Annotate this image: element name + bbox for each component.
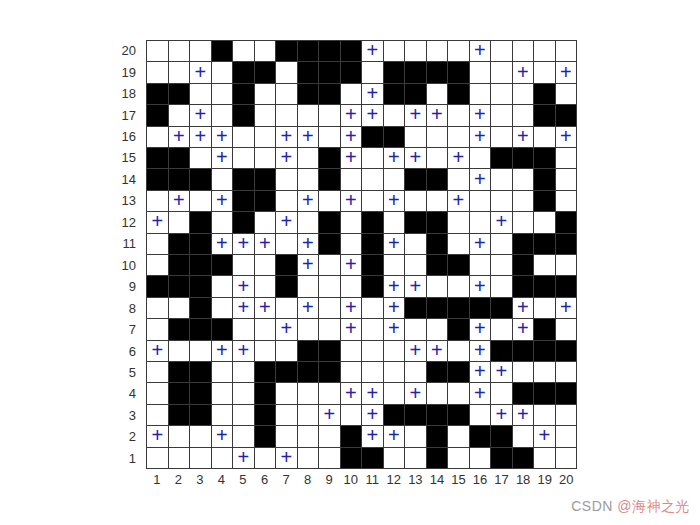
x-axis-label-13: 13 — [405, 472, 427, 490]
cell-r3c20 — [555, 404, 577, 425]
x-axis-label-9: 9 — [318, 472, 340, 490]
cell-r10c2 — [168, 254, 190, 275]
cell-r4c16: + — [469, 382, 491, 403]
plus-marker: + — [388, 147, 400, 167]
cell-r19c5 — [232, 61, 254, 82]
plus-marker: + — [259, 297, 271, 317]
cell-r1c7: + — [275, 447, 297, 468]
cell-r15c3 — [189, 147, 211, 168]
cell-r15c12: + — [383, 147, 405, 168]
cell-r7c16: + — [469, 318, 491, 339]
cell-r14c7 — [275, 168, 297, 189]
cell-r8c12: + — [383, 297, 405, 318]
cell-r1c15 — [447, 447, 469, 468]
cell-r5c13 — [404, 361, 426, 382]
cell-r19c20: + — [555, 61, 577, 82]
cell-r4c19 — [533, 382, 555, 403]
cell-r9c16: + — [469, 275, 491, 296]
x-axis-label-17: 17 — [491, 472, 513, 490]
cell-r3c5 — [232, 404, 254, 425]
cell-r5c9 — [318, 361, 340, 382]
plus-marker: + — [388, 425, 400, 445]
plus-marker: + — [474, 340, 486, 360]
cell-r4c2 — [168, 382, 190, 403]
cell-r2c15 — [447, 425, 469, 446]
cell-r12c9 — [318, 211, 340, 232]
cell-r5c20 — [555, 361, 577, 382]
cell-r10c15 — [447, 254, 469, 275]
cell-r8c8: + — [297, 297, 319, 318]
cell-r9c19 — [533, 275, 555, 296]
cell-r4c13: + — [404, 382, 426, 403]
cell-r19c4 — [211, 61, 233, 82]
cell-r14c19 — [533, 168, 555, 189]
y-axis-label-13: 13 — [96, 190, 138, 211]
cell-r19c12 — [383, 61, 405, 82]
cell-r1c4 — [211, 447, 233, 468]
cell-r5c4 — [211, 361, 233, 382]
cell-r3c15 — [447, 404, 469, 425]
cell-r13c5 — [232, 190, 254, 211]
cell-r10c9 — [318, 254, 340, 275]
cell-r13c9 — [318, 190, 340, 211]
cell-r16c11 — [361, 126, 383, 147]
cell-r19c14 — [426, 61, 448, 82]
cell-r7c15 — [447, 318, 469, 339]
cell-r3c7 — [275, 404, 297, 425]
cell-r15c14 — [426, 147, 448, 168]
cell-r8c4 — [211, 297, 233, 318]
cell-r18c11: + — [361, 83, 383, 104]
cell-r13c15: + — [447, 190, 469, 211]
plus-marker: + — [345, 383, 357, 403]
cell-r10c3 — [189, 254, 211, 275]
plus-marker: + — [151, 425, 163, 445]
cell-r20c3 — [189, 40, 211, 61]
cell-r20c4 — [211, 40, 233, 61]
cell-r18c13 — [404, 83, 426, 104]
plus-marker: + — [388, 233, 400, 253]
plus-marker: + — [474, 318, 486, 338]
plus-marker: + — [151, 340, 163, 360]
watermark-username: @海神之光 — [617, 498, 690, 514]
cell-r13c2: + — [168, 190, 190, 211]
plus-marker: + — [280, 126, 292, 146]
plus-marker: + — [280, 147, 292, 167]
cell-r18c9 — [318, 83, 340, 104]
x-axis-label-5: 5 — [232, 472, 254, 490]
cell-r17c11: + — [361, 104, 383, 125]
plus-marker: + — [452, 147, 464, 167]
x-axis-label-8: 8 — [297, 472, 319, 490]
cell-r5c18 — [512, 361, 534, 382]
cell-r11c14 — [426, 233, 448, 254]
plus-marker: + — [366, 40, 378, 60]
cell-r4c4 — [211, 382, 233, 403]
cell-r4c10: + — [340, 382, 362, 403]
cell-r20c6 — [254, 40, 276, 61]
cell-r16c5 — [232, 126, 254, 147]
cell-r18c18 — [512, 83, 534, 104]
x-axis-label-1: 1 — [146, 472, 168, 490]
cell-r4c20 — [555, 382, 577, 403]
plus-marker: + — [216, 147, 228, 167]
cell-r1c13 — [404, 447, 426, 468]
plus-marker: + — [560, 126, 572, 146]
cell-r9c6 — [254, 275, 276, 296]
cell-r9c11 — [361, 275, 383, 296]
cell-r7c12: + — [383, 318, 405, 339]
cell-r11c6: + — [254, 233, 276, 254]
cell-r3c2 — [168, 404, 190, 425]
plus-marker: + — [560, 297, 572, 317]
cell-r20c18 — [512, 40, 534, 61]
cell-r5c19 — [533, 361, 555, 382]
cell-r4c1 — [146, 382, 168, 403]
cell-r1c17 — [490, 447, 512, 468]
cell-r10c11 — [361, 254, 383, 275]
cell-r4c18 — [512, 382, 534, 403]
cell-r16c15 — [447, 126, 469, 147]
plus-marker: + — [474, 383, 486, 403]
plus-marker: + — [345, 318, 357, 338]
plus-marker: + — [302, 254, 314, 274]
cell-r3c18: + — [512, 404, 534, 425]
cell-r11c16: + — [469, 233, 491, 254]
cell-r20c8 — [297, 40, 319, 61]
cell-r17c12 — [383, 104, 405, 125]
cell-r6c9 — [318, 340, 340, 361]
y-axis-label-15: 15 — [96, 147, 138, 168]
cell-r7c13 — [404, 318, 426, 339]
plus-marker: + — [216, 126, 228, 146]
cell-r15c4: + — [211, 147, 233, 168]
cell-r18c7 — [275, 83, 297, 104]
cell-r14c4 — [211, 168, 233, 189]
y-axis-label-10: 10 — [96, 255, 138, 276]
cell-r12c6 — [254, 211, 276, 232]
cell-r10c6 — [254, 254, 276, 275]
plus-marker: + — [474, 361, 486, 381]
cell-r17c17 — [490, 104, 512, 125]
cell-r9c1 — [146, 275, 168, 296]
cell-r7c10: + — [340, 318, 362, 339]
cell-r11c7 — [275, 233, 297, 254]
plus-marker: + — [259, 233, 271, 253]
x-axis-label-11: 11 — [361, 472, 383, 490]
cell-r4c9 — [318, 382, 340, 403]
plus-marker: + — [216, 190, 228, 210]
plus-marker: + — [474, 169, 486, 189]
plus-marker: + — [194, 62, 206, 82]
cell-r11c12: + — [383, 233, 405, 254]
cell-r3c9: + — [318, 404, 340, 425]
cell-r1c3 — [189, 447, 211, 468]
plus-marker: + — [237, 297, 249, 317]
cell-r6c4: + — [211, 340, 233, 361]
cell-r10c12 — [383, 254, 405, 275]
cell-r16c19 — [533, 126, 555, 147]
cell-r16c6 — [254, 126, 276, 147]
plus-marker: + — [409, 147, 421, 167]
cell-r7c18: + — [512, 318, 534, 339]
cell-r18c17 — [490, 83, 512, 104]
y-axis-label-17: 17 — [96, 104, 138, 125]
plus-marker: + — [409, 104, 421, 124]
cell-r17c15 — [447, 104, 469, 125]
cell-r11c15 — [447, 233, 469, 254]
plus-marker: + — [366, 404, 378, 424]
cell-r16c4: + — [211, 126, 233, 147]
cell-r2c2 — [168, 425, 190, 446]
plus-marker: + — [560, 62, 572, 82]
plus-marker: + — [216, 425, 228, 445]
cell-r16c17 — [490, 126, 512, 147]
cell-r1c6 — [254, 447, 276, 468]
plus-marker: + — [431, 104, 443, 124]
cell-r12c1: + — [146, 211, 168, 232]
cell-r11c1 — [146, 233, 168, 254]
x-axis-label-7: 7 — [275, 472, 297, 490]
cell-r11c3 — [189, 233, 211, 254]
cell-r18c3 — [189, 83, 211, 104]
y-axis-label-8: 8 — [96, 297, 138, 318]
cell-r1c1 — [146, 447, 168, 468]
plus-marker: + — [302, 297, 314, 317]
cell-r8c1 — [146, 297, 168, 318]
cell-r13c11 — [361, 190, 383, 211]
plus-marker: + — [216, 233, 228, 253]
plus-marker: + — [517, 318, 529, 338]
cell-r16c9 — [318, 126, 340, 147]
cell-r11c13 — [404, 233, 426, 254]
cell-r2c1: + — [146, 425, 168, 446]
cell-r1c5: + — [232, 447, 254, 468]
cell-r14c17 — [490, 168, 512, 189]
plus-marker: + — [280, 318, 292, 338]
cell-r14c6 — [254, 168, 276, 189]
cell-r2c14 — [426, 425, 448, 446]
cell-r20c2 — [168, 40, 190, 61]
cell-r20c7 — [275, 40, 297, 61]
x-axis-labels: 1234567891011121314151617181920 — [146, 472, 577, 490]
cell-r3c17: + — [490, 404, 512, 425]
x-axis-label-12: 12 — [383, 472, 405, 490]
cell-r13c14 — [426, 190, 448, 211]
cell-r1c10 — [340, 447, 362, 468]
cell-r2c5 — [232, 425, 254, 446]
cell-r10c7 — [275, 254, 297, 275]
cell-r8c14 — [426, 297, 448, 318]
cell-r7c14 — [426, 318, 448, 339]
cell-r12c12 — [383, 211, 405, 232]
cell-r19c9 — [318, 61, 340, 82]
cell-r15c6 — [254, 147, 276, 168]
y-axis-label-3: 3 — [96, 405, 138, 426]
cell-r2c19: + — [533, 425, 555, 446]
cell-r1c16 — [469, 447, 491, 468]
cell-r2c17 — [490, 425, 512, 446]
cell-r2c4: + — [211, 425, 233, 446]
cell-r9c8 — [297, 275, 319, 296]
cell-r5c2 — [168, 361, 190, 382]
cell-r13c16 — [469, 190, 491, 211]
plus-marker: + — [366, 83, 378, 103]
plus-marker: + — [345, 126, 357, 146]
cell-r17c8 — [297, 104, 319, 125]
cell-r16c14 — [426, 126, 448, 147]
cell-r10c20 — [555, 254, 577, 275]
cell-r2c12: + — [383, 425, 405, 446]
cell-r2c16 — [469, 425, 491, 446]
figure-canvas: 2019181716151413121110987654321 ++++++++… — [0, 0, 700, 525]
cell-r6c2 — [168, 340, 190, 361]
cell-r6c17 — [490, 340, 512, 361]
cell-r20c5 — [232, 40, 254, 61]
cell-r12c19 — [533, 211, 555, 232]
cell-r14c16: + — [469, 168, 491, 189]
cell-r12c8 — [297, 211, 319, 232]
plus-marker: + — [302, 126, 314, 146]
y-axis-labels: 2019181716151413121110987654321 — [96, 40, 138, 469]
cell-r15c9 — [318, 147, 340, 168]
cell-r4c15 — [447, 382, 469, 403]
cell-r4c12 — [383, 382, 405, 403]
plus-marker: + — [151, 211, 163, 231]
cell-r7c6 — [254, 318, 276, 339]
cell-r3c19 — [533, 404, 555, 425]
cell-r7c7: + — [275, 318, 297, 339]
cell-r14c3 — [189, 168, 211, 189]
cell-r20c20 — [555, 40, 577, 61]
plus-marker: + — [538, 425, 550, 445]
cell-r7c2 — [168, 318, 190, 339]
cell-r13c13 — [404, 190, 426, 211]
cell-r10c16 — [469, 254, 491, 275]
cell-r20c16: + — [469, 40, 491, 61]
cell-r5c17: + — [490, 361, 512, 382]
y-axis-label-5: 5 — [96, 362, 138, 383]
cell-r6c7 — [275, 340, 297, 361]
y-axis-label-6: 6 — [96, 340, 138, 361]
cell-r8c20: + — [555, 297, 577, 318]
cell-r11c5: + — [232, 233, 254, 254]
cell-r18c5 — [232, 83, 254, 104]
cell-r8c15 — [447, 297, 469, 318]
cell-r5c1 — [146, 361, 168, 382]
cell-r12c16 — [469, 211, 491, 232]
cell-r8c2 — [168, 297, 190, 318]
cell-r19c3: + — [189, 61, 211, 82]
cell-r19c13 — [404, 61, 426, 82]
y-axis-label-1: 1 — [96, 448, 138, 469]
y-axis-label-4: 4 — [96, 383, 138, 404]
y-axis-label-2: 2 — [96, 426, 138, 447]
cell-r12c11 — [361, 211, 383, 232]
cell-r7c20 — [555, 318, 577, 339]
cell-r15c11 — [361, 147, 383, 168]
cell-r2c6 — [254, 425, 276, 446]
y-axis-label-18: 18 — [96, 83, 138, 104]
cell-r5c14 — [426, 361, 448, 382]
cell-r14c9 — [318, 168, 340, 189]
cell-r15c17 — [490, 147, 512, 168]
cell-r5c10 — [340, 361, 362, 382]
cell-r4c8 — [297, 382, 319, 403]
cell-r16c7: + — [275, 126, 297, 147]
cell-r7c19 — [533, 318, 555, 339]
cell-r11c20 — [555, 233, 577, 254]
cell-r11c9 — [318, 233, 340, 254]
y-axis-label-7: 7 — [96, 319, 138, 340]
cell-r1c12 — [383, 447, 405, 468]
cell-r9c12: + — [383, 275, 405, 296]
cell-r19c6 — [254, 61, 276, 82]
x-axis-label-2: 2 — [168, 472, 190, 490]
cell-r2c18 — [512, 425, 534, 446]
cell-r7c11 — [361, 318, 383, 339]
cell-r19c11 — [361, 61, 383, 82]
cell-r13c6 — [254, 190, 276, 211]
plus-marker: + — [474, 40, 486, 60]
cell-r13c20 — [555, 190, 577, 211]
plus-marker: + — [173, 126, 185, 146]
cell-r19c7 — [275, 61, 297, 82]
cell-r19c2 — [168, 61, 190, 82]
cell-r12c3 — [189, 211, 211, 232]
cell-r2c20 — [555, 425, 577, 446]
cell-r9c4 — [211, 275, 233, 296]
cell-r15c19 — [533, 147, 555, 168]
cell-r17c2 — [168, 104, 190, 125]
cell-r16c3: + — [189, 126, 211, 147]
y-axis-label-9: 9 — [96, 276, 138, 297]
plus-marker: + — [216, 340, 228, 360]
cell-r15c1 — [146, 147, 168, 168]
cell-r18c16 — [469, 83, 491, 104]
cell-r7c3 — [189, 318, 211, 339]
cell-r17c18 — [512, 104, 534, 125]
cell-r4c14 — [426, 382, 448, 403]
cell-r18c12 — [383, 83, 405, 104]
cell-r6c16: + — [469, 340, 491, 361]
cell-r12c18 — [512, 211, 534, 232]
cell-r11c10 — [340, 233, 362, 254]
cell-r15c16 — [469, 147, 491, 168]
cell-r12c13 — [404, 211, 426, 232]
cell-r8c10: + — [340, 297, 362, 318]
cell-r12c15 — [447, 211, 469, 232]
cell-r7c5 — [232, 318, 254, 339]
cell-r9c14 — [426, 275, 448, 296]
cell-r20c15 — [447, 40, 469, 61]
cell-r14c12 — [383, 168, 405, 189]
cell-r5c5 — [232, 361, 254, 382]
cell-r9c3 — [189, 275, 211, 296]
cell-r20c10 — [340, 40, 362, 61]
plus-marker: + — [495, 361, 507, 381]
cell-r7c1 — [146, 318, 168, 339]
plus-marker: + — [173, 190, 185, 210]
plus-marker: + — [495, 404, 507, 424]
cell-r10c10: + — [340, 254, 362, 275]
cell-r8c16 — [469, 297, 491, 318]
cell-r19c16 — [469, 61, 491, 82]
plus-marker: + — [366, 104, 378, 124]
cell-r18c2 — [168, 83, 190, 104]
cell-r1c19 — [533, 447, 555, 468]
cell-r20c14 — [426, 40, 448, 61]
